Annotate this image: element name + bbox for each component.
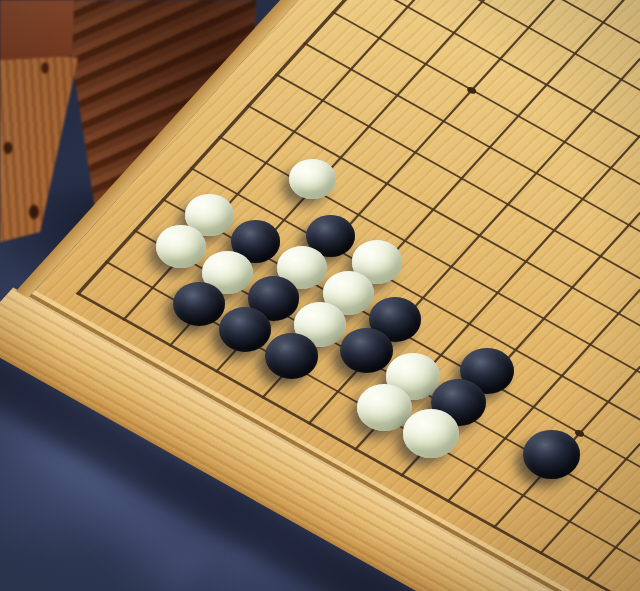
stone-black-K3 [523,430,580,479]
stone-white-G2 [357,384,412,431]
stone-black-C2 [173,282,225,326]
stone-white-H2 [403,409,459,457]
stone-black-D2 [219,307,271,352]
go-photo-scene [0,0,640,591]
stone-black-E2 [265,333,318,379]
stones-layer [0,0,640,591]
stone-white-C6 [289,159,336,200]
stone-white-B3 [156,225,206,268]
stone-black-F3 [340,328,393,374]
